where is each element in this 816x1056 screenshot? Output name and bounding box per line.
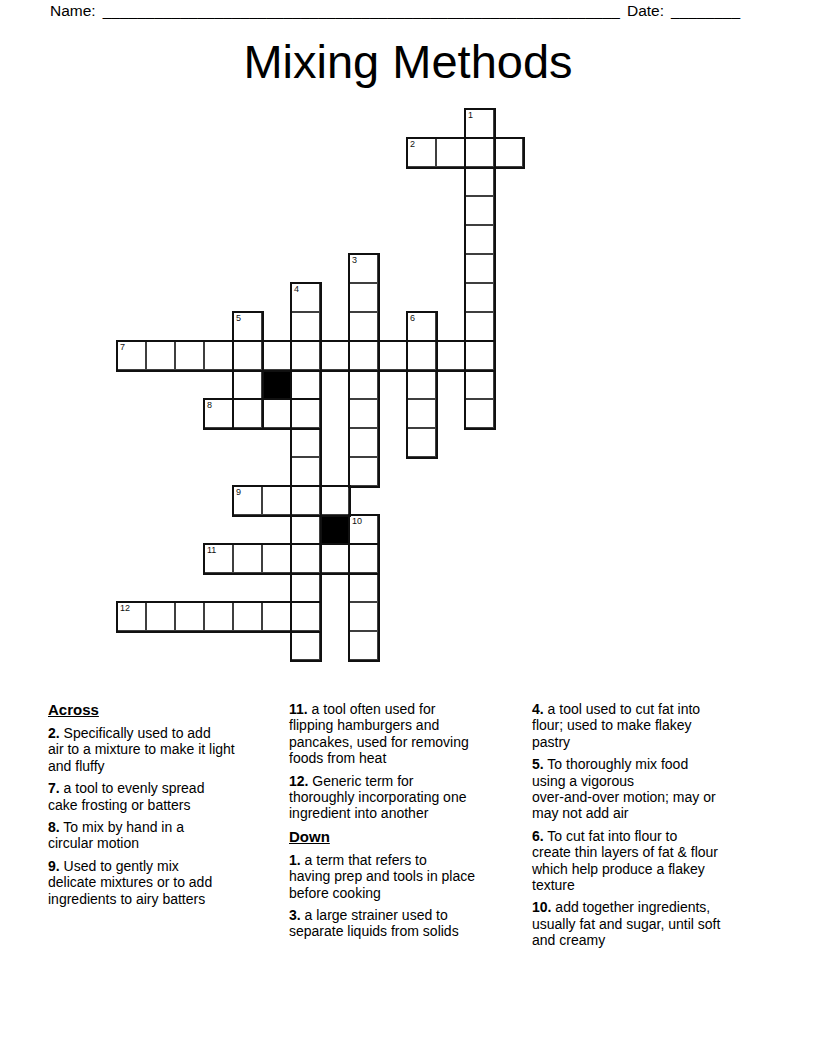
grid-cell[interactable] xyxy=(407,399,436,428)
clue-down-3: 3. a large strainer used to separate liq… xyxy=(289,907,532,940)
clue-down-1: 1. a term that refers to having prep and… xyxy=(289,852,532,901)
down-heading: Down xyxy=(289,828,532,846)
grid-cell[interactable] xyxy=(175,341,204,370)
clue-number-label: 11. xyxy=(289,701,308,717)
black-cell xyxy=(320,515,349,544)
grid-cell[interactable] xyxy=(291,602,320,631)
date-blank-line[interactable]: ________ xyxy=(671,2,740,19)
grid-cell[interactable] xyxy=(262,544,291,573)
grid-cell[interactable] xyxy=(233,370,262,399)
grid-cell[interactable]: 8 xyxy=(204,399,233,428)
grid-cell[interactable] xyxy=(349,573,378,602)
grid-cell[interactable] xyxy=(146,602,175,631)
grid-cell[interactable] xyxy=(262,602,291,631)
clue-text: Used to gently mix delicate mixtures or … xyxy=(48,858,212,907)
grid-cell[interactable] xyxy=(204,602,233,631)
date-label: Date: xyxy=(627,2,664,19)
grid-cell[interactable] xyxy=(262,341,291,370)
clue-number: 6 xyxy=(410,313,415,323)
clue-across-8: 8. To mix by hand in a circular motion xyxy=(48,819,284,852)
clue-number-label: 9. xyxy=(48,858,60,874)
grid-cell[interactable] xyxy=(291,370,320,399)
clue-number: 2 xyxy=(410,139,415,149)
clue-text: a tool often used for flipping hamburger… xyxy=(289,701,469,766)
clue-text: a tool to evenly spread cake frosting or… xyxy=(48,780,204,812)
clue-number: 3 xyxy=(352,255,357,265)
grid-cell[interactable]: 7 xyxy=(117,341,146,370)
grid-cell[interactable] xyxy=(349,312,378,341)
grid-cell[interactable]: 5 xyxy=(233,312,262,341)
grid-cell[interactable]: 12 xyxy=(117,602,146,631)
clue-across-7: 7. a tool to evenly spread cake frosting… xyxy=(48,780,284,813)
grid-cell[interactable] xyxy=(175,602,204,631)
clue-number-label: 8. xyxy=(48,819,60,835)
grid-cell[interactable] xyxy=(291,631,320,660)
clue-number-label: 2. xyxy=(48,725,60,741)
grid-cell[interactable] xyxy=(465,254,494,283)
grid-cell[interactable] xyxy=(349,399,378,428)
clue-across-12: 12. Generic term for thoroughly incorpor… xyxy=(289,773,532,822)
clue-text: To mix by hand in a circular motion xyxy=(48,819,184,851)
clue-text: Specifically used to add air to a mixtur… xyxy=(48,725,235,774)
clue-across-2: 2. Specifically used to add air to a mix… xyxy=(48,725,284,774)
grid-cell[interactable] xyxy=(320,544,349,573)
grid-cell[interactable] xyxy=(465,312,494,341)
clue-column-3: 4. a tool used to cut fat into flour; us… xyxy=(532,701,774,955)
grid-cell[interactable] xyxy=(378,341,407,370)
clue-across-9: 9. Used to gently mix delicate mixtures … xyxy=(48,858,284,907)
clue-number-label: 6. xyxy=(532,828,544,844)
grid-cell[interactable] xyxy=(465,138,494,167)
name-blank-line[interactable]: ________________________________________… xyxy=(103,2,620,19)
clue-number: 8 xyxy=(207,400,212,410)
clue-number-label: 7. xyxy=(48,780,60,796)
clue-number-label: 5. xyxy=(532,756,544,772)
black-cell xyxy=(262,370,291,399)
grid-cell[interactable] xyxy=(349,602,378,631)
grid-cell[interactable]: 9 xyxy=(233,486,262,515)
grid-cell[interactable] xyxy=(407,341,436,370)
grid-cell[interactable] xyxy=(291,457,320,486)
grid-cell[interactable]: 6 xyxy=(407,312,436,341)
grid-cell[interactable] xyxy=(262,399,291,428)
grid-cell[interactable] xyxy=(320,486,349,515)
grid-cell[interactable] xyxy=(494,138,523,167)
grid-cell[interactable]: 4 xyxy=(291,283,320,312)
clue-text: add together ingredients, usually fat an… xyxy=(532,899,720,948)
grid-cell[interactable]: 11 xyxy=(204,544,233,573)
clue-number: 7 xyxy=(120,342,125,352)
clue-down-4: 4. a tool used to cut fat into flour; us… xyxy=(532,701,774,750)
grid-cell[interactable] xyxy=(233,399,262,428)
name-label: Name: xyxy=(50,2,96,19)
grid-cell[interactable] xyxy=(291,428,320,457)
grid-cell[interactable] xyxy=(465,370,494,399)
clue-text: Generic term for thoroughly incorporatin… xyxy=(289,773,466,822)
clue-text: a tool used to cut fat into flour; used … xyxy=(532,701,700,750)
puzzle-title: Mixing Methods xyxy=(0,33,816,91)
clue-column-1: Across2. Specifically used to add air to… xyxy=(48,701,284,913)
clue-across-11: 11. a tool often used for flipping hambu… xyxy=(289,701,532,767)
clue-number: 4 xyxy=(294,284,299,294)
grid-cell[interactable] xyxy=(291,312,320,341)
grid-cell[interactable] xyxy=(465,341,494,370)
across-heading: Across xyxy=(48,701,284,719)
clue-number: 12 xyxy=(120,603,130,613)
clue-text: To cut fat into flour to create thin lay… xyxy=(532,828,718,893)
grid-cell[interactable] xyxy=(465,399,494,428)
grid-cell[interactable] xyxy=(320,341,349,370)
clue-number-label: 3. xyxy=(289,907,301,923)
clue-down-5: 5. To thoroughly mix food using a vigoro… xyxy=(532,756,774,822)
clue-number-label: 4. xyxy=(532,701,544,717)
grid-cell[interactable]: 3 xyxy=(349,254,378,283)
grid-cell[interactable] xyxy=(204,341,233,370)
grid-cell[interactable] xyxy=(262,486,291,515)
grid-cell[interactable] xyxy=(233,341,262,370)
grid-cell[interactable]: 2 xyxy=(407,138,436,167)
clue-number-label: 1. xyxy=(289,852,301,868)
crossword-grid: 123456789101112 xyxy=(117,109,524,661)
clue-number-label: 12. xyxy=(289,773,308,789)
grid-cell[interactable] xyxy=(349,428,378,457)
clue-down-10: 10. add together ingredients, usually fa… xyxy=(532,899,774,948)
grid-cell[interactable] xyxy=(349,544,378,573)
grid-cell[interactable]: 1 xyxy=(465,109,494,138)
name-field: Name:___________________________________… xyxy=(50,2,620,20)
clue-number: 5 xyxy=(236,313,241,323)
grid-cell[interactable] xyxy=(407,428,436,457)
grid-cell[interactable] xyxy=(349,341,378,370)
grid-cell[interactable] xyxy=(465,167,494,196)
grid-cell[interactable] xyxy=(291,399,320,428)
grid-cell[interactable] xyxy=(465,283,494,312)
grid-cell[interactable] xyxy=(465,196,494,225)
grid-cell[interactable] xyxy=(349,370,378,399)
clue-number-label: 10. xyxy=(532,899,551,915)
grid-cell[interactable] xyxy=(291,341,320,370)
clue-text: a term that refers to having prep and to… xyxy=(289,852,475,901)
grid-cell[interactable] xyxy=(436,138,465,167)
grid-cell[interactable] xyxy=(349,283,378,312)
clue-number: 10 xyxy=(352,516,362,526)
grid-cell[interactable] xyxy=(233,602,262,631)
clue-number: 11 xyxy=(207,545,216,555)
grid-cell[interactable] xyxy=(233,544,262,573)
grid-cell[interactable] xyxy=(436,341,465,370)
date-field: Date:________ xyxy=(627,2,740,20)
grid-cell[interactable] xyxy=(349,457,378,486)
grid-cell[interactable] xyxy=(146,341,175,370)
grid-cell[interactable] xyxy=(291,486,320,515)
clue-down-6: 6. To cut fat into flour to create thin … xyxy=(532,828,774,894)
grid-cell[interactable] xyxy=(349,631,378,660)
clue-text: To thoroughly mix food using a vigorous … xyxy=(532,756,716,821)
grid-cell[interactable] xyxy=(465,225,494,254)
clue-number: 1 xyxy=(468,110,473,120)
grid-cell[interactable] xyxy=(291,544,320,573)
clue-number: 9 xyxy=(236,487,241,497)
grid-cell[interactable] xyxy=(407,370,436,399)
grid-cell[interactable] xyxy=(291,515,320,544)
clue-text: a large strainer used to separate liquid… xyxy=(289,907,459,939)
grid-cell[interactable]: 10 xyxy=(349,515,378,544)
clue-column-2: 11. a tool often used for flipping hambu… xyxy=(289,701,532,946)
grid-cell[interactable] xyxy=(291,573,320,602)
